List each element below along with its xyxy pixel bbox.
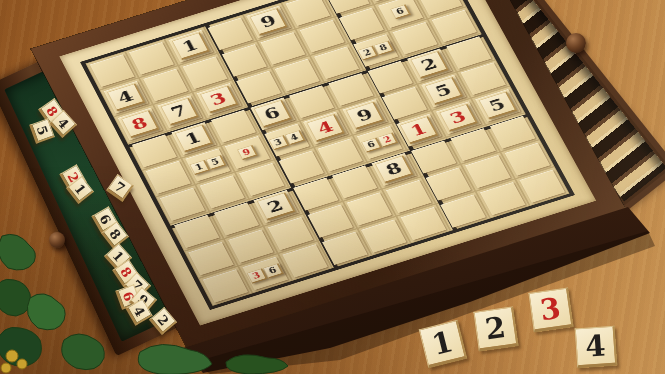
sudoku-game-photo: 845217681876942 194687328162159344956213…	[0, 0, 665, 374]
sudoku-tile-2[interactable]: 2	[473, 306, 518, 351]
ivy-leaves	[0, 228, 320, 374]
right-drawer-knob[interactable]	[566, 33, 586, 53]
sudoku-tile-4[interactable]: 4	[575, 326, 618, 369]
sudoku-tile-3[interactable]: 3	[528, 287, 573, 332]
